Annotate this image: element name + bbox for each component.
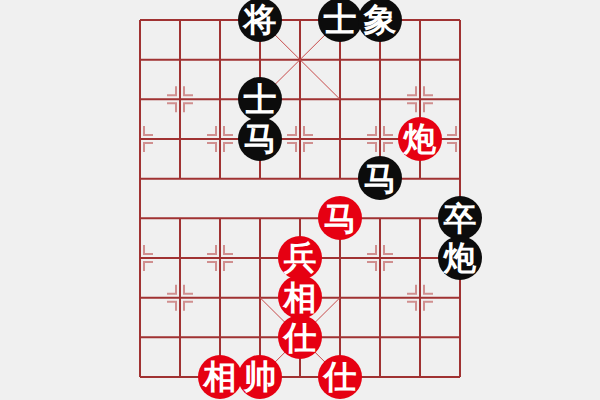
red-elephant[interactable]: 相: [198, 355, 242, 399]
black-general[interactable]: 将: [238, 0, 282, 42]
black-horse[interactable]: 马: [238, 117, 282, 161]
red-cannon[interactable]: 炮: [398, 117, 442, 161]
red-elephant[interactable]: 相: [278, 275, 322, 319]
black-horse[interactable]: 马: [358, 156, 402, 200]
red-advisor[interactable]: 仕: [318, 355, 362, 399]
xiangqi-board: 将士象士马炮马马卒兵炮相仕相帅仕: [0, 0, 600, 400]
black-advisor[interactable]: 士: [318, 0, 362, 42]
black-advisor[interactable]: 士: [238, 77, 282, 121]
black-elephant[interactable]: 象: [358, 0, 402, 42]
black-cannon[interactable]: 炮: [438, 236, 482, 280]
black-soldier[interactable]: 卒: [438, 196, 482, 240]
red-advisor[interactable]: 仕: [278, 315, 322, 359]
red-soldier[interactable]: 兵: [278, 236, 322, 280]
board-pieces: 将士象士马炮马马卒兵炮相仕相帅仕: [120, 0, 480, 397]
red-horse[interactable]: 马: [318, 196, 362, 240]
red-general[interactable]: 帅: [238, 355, 282, 399]
